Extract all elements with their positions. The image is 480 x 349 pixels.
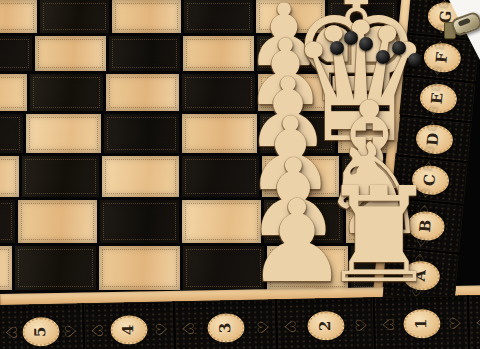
square-d6 <box>0 114 23 153</box>
coordinate-medallion: 1 <box>403 309 441 339</box>
border-label-rank-1: ♡1♡ <box>373 295 468 349</box>
square-g5 <box>40 0 109 33</box>
square-f6 <box>0 36 32 71</box>
rank-number: 1 <box>414 318 429 329</box>
scroll-heart-icon: ♡ <box>180 322 195 336</box>
file-letter: B <box>418 218 434 232</box>
scroll-heart-icon: ♡ <box>3 326 18 340</box>
border-label-file-D: ♡D♡ <box>396 114 472 161</box>
coordinate-medallion: 4 <box>110 315 148 345</box>
square-d2 <box>260 114 335 153</box>
square-a5 <box>15 246 96 290</box>
file-letter: A <box>413 269 429 282</box>
file-letter: E <box>430 92 446 105</box>
scroll-heart-icon: ♡ <box>154 322 169 336</box>
metal-clasp-icon <box>444 12 480 42</box>
board-row-file-f <box>0 36 402 71</box>
square-g4 <box>112 0 181 33</box>
border-label-rank-4: ♡4♡ <box>82 301 174 349</box>
board-row-file-e <box>0 74 407 111</box>
square-f4 <box>109 36 180 71</box>
rank-number: 3 <box>218 323 233 334</box>
scroll-heart-icon: ♡ <box>424 145 435 157</box>
scroll-heart-icon: ♡ <box>420 187 431 199</box>
border-label-file-B: ♡B♡ <box>388 197 464 253</box>
square-b5 <box>18 200 97 243</box>
board-row-file-b <box>0 200 425 243</box>
board-row-file-a <box>0 246 432 290</box>
file-letter: C <box>422 173 438 186</box>
border-label-rank-2: ♡2♡ <box>275 297 374 349</box>
square-g6 <box>0 0 37 33</box>
square-a6 <box>0 246 12 290</box>
scroll-heart-icon: ♡ <box>416 236 427 248</box>
square-c2 <box>262 156 339 197</box>
scroll-heart-icon: ♡ <box>428 105 439 117</box>
square-c6 <box>0 156 19 197</box>
square-e2 <box>258 74 331 111</box>
square-c5 <box>22 156 99 197</box>
border-label-file-A: ♡A♡ <box>383 245 460 303</box>
square-e3 <box>182 74 255 111</box>
scroll-heart-icon: ♡ <box>282 320 297 334</box>
rank-number: 5 <box>33 326 48 337</box>
border-label-rank-5: ♡5♡ <box>0 303 83 349</box>
board-row-file-g <box>0 0 397 33</box>
square-g2 <box>256 0 325 33</box>
square-g1 <box>328 0 397 33</box>
square-b6 <box>0 200 15 243</box>
square-e4 <box>106 74 179 111</box>
file-letter: F <box>434 52 450 64</box>
scroll-heart-icon: ♡ <box>439 0 450 10</box>
scroll-heart-icon: ♡ <box>474 316 480 330</box>
square-f3 <box>183 36 254 71</box>
square-b4 <box>100 200 179 243</box>
coordinate-medallion: 2 <box>307 311 345 341</box>
queen-crown-black-tip <box>392 41 406 55</box>
square-f5 <box>35 36 106 71</box>
board-row-file-d <box>0 114 413 153</box>
queen-crown-black-tip <box>344 31 358 45</box>
scroll-heart-icon: ♡ <box>423 160 434 172</box>
square-a2 <box>267 246 348 290</box>
queen-crown-black-tip <box>376 50 390 64</box>
square-c4 <box>102 156 179 197</box>
scroll-heart-icon: ♡ <box>380 318 395 332</box>
board-row-file-c <box>0 156 419 197</box>
queen-crown-black-tip <box>359 37 373 51</box>
queen-crown-black-tip <box>330 41 344 55</box>
scroll-heart-icon: ♡ <box>427 120 438 132</box>
rank-number: 2 <box>318 320 333 331</box>
square-d3 <box>182 114 257 153</box>
scroll-heart-icon: ♡ <box>448 316 463 330</box>
square-d4 <box>104 114 179 153</box>
scroll-heart-icon: ♡ <box>432 65 443 77</box>
square-f2 <box>257 36 328 71</box>
scroll-heart-icon: ♡ <box>89 324 104 338</box>
border-label-file-E: ♡E♡ <box>400 74 476 121</box>
square-e6 <box>0 74 27 111</box>
border-corner-cell: ♡♡ <box>467 293 480 349</box>
square-b3 <box>182 200 261 243</box>
scroll-heart-icon: ♡ <box>414 251 425 263</box>
scroll-heart-icon: ♡ <box>63 324 78 338</box>
square-a4 <box>99 246 180 290</box>
square-g3 <box>184 0 253 33</box>
scroll-heart-icon: ♡ <box>431 80 442 92</box>
scroll-heart-icon: ♡ <box>256 320 271 334</box>
border-label-file-C: ♡C♡ <box>392 154 468 203</box>
clasp-loop <box>450 11 480 38</box>
coordinate-medallion: 5 <box>22 317 60 347</box>
square-d5 <box>26 114 101 153</box>
rank-number: 4 <box>121 325 136 336</box>
coordinate-medallion: 3 <box>207 313 245 343</box>
clasp-hole <box>458 18 471 27</box>
scroll-heart-icon: ♡ <box>354 318 369 332</box>
border-label-rank-3: ♡3♡ <box>173 299 276 349</box>
chessboard-photo: ♡G♡♡F♡♡E♡♡D♡♡C♡♡B♡♡A♡♡♡ ♡6♡♡5♡♡4♡♡3♡♡2♡♡… <box>0 0 480 349</box>
scroll-heart-icon: ♡ <box>419 202 430 214</box>
square-a3 <box>183 246 264 290</box>
square-e5 <box>30 74 103 111</box>
queen-crown-black-tip <box>408 53 422 67</box>
square-c3 <box>182 156 259 197</box>
square-b2 <box>264 200 343 243</box>
